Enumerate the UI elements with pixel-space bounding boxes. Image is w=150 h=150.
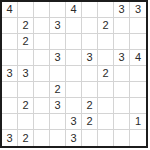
clue-cell: 3 xyxy=(130,2,146,18)
clue-cell: 2 xyxy=(18,98,34,114)
empty-cell[interactable] xyxy=(66,18,82,34)
clue-cell: 2 xyxy=(98,66,114,82)
clue-cell: 2 xyxy=(18,34,34,50)
empty-cell[interactable] xyxy=(2,98,18,114)
empty-cell[interactable] xyxy=(82,34,98,50)
empty-cell[interactable] xyxy=(34,34,50,50)
clue-cell: 4 xyxy=(2,2,18,18)
empty-cell[interactable] xyxy=(50,2,66,18)
empty-cell[interactable] xyxy=(34,98,50,114)
empty-cell[interactable] xyxy=(66,34,82,50)
empty-cell[interactable] xyxy=(66,82,82,98)
clue-cell: 3 xyxy=(50,18,66,34)
clue-cell: 3 xyxy=(50,98,66,114)
empty-cell[interactable] xyxy=(34,114,50,130)
empty-cell[interactable] xyxy=(34,82,50,98)
minesweeper-puzzle-board: 4433232233343322232321323 xyxy=(0,0,148,148)
empty-cell[interactable] xyxy=(18,50,34,66)
clue-cell: 4 xyxy=(130,50,146,66)
empty-cell[interactable] xyxy=(114,114,130,130)
empty-cell[interactable] xyxy=(66,66,82,82)
empty-cell[interactable] xyxy=(82,66,98,82)
empty-cell[interactable] xyxy=(98,114,114,130)
empty-cell[interactable] xyxy=(98,50,114,66)
clue-cell: 1 xyxy=(130,114,146,130)
empty-cell[interactable] xyxy=(114,66,130,82)
clue-cell: 2 xyxy=(50,82,66,98)
empty-cell[interactable] xyxy=(98,98,114,114)
clue-cell: 4 xyxy=(66,2,82,18)
empty-cell[interactable] xyxy=(82,2,98,18)
empty-cell[interactable] xyxy=(130,18,146,34)
empty-cell[interactable] xyxy=(18,2,34,18)
clue-cell: 3 xyxy=(66,114,82,130)
clue-cell: 3 xyxy=(50,50,66,66)
empty-cell[interactable] xyxy=(34,2,50,18)
empty-cell[interactable] xyxy=(130,98,146,114)
clue-cell: 3 xyxy=(66,130,82,146)
clue-cell: 2 xyxy=(98,18,114,34)
empty-cell[interactable] xyxy=(130,82,146,98)
empty-cell[interactable] xyxy=(82,82,98,98)
empty-cell[interactable] xyxy=(114,34,130,50)
empty-cell[interactable] xyxy=(18,82,34,98)
empty-cell[interactable] xyxy=(82,130,98,146)
empty-cell[interactable] xyxy=(66,98,82,114)
empty-cell[interactable] xyxy=(2,50,18,66)
empty-cell[interactable] xyxy=(98,130,114,146)
empty-cell[interactable] xyxy=(98,2,114,18)
empty-cell[interactable] xyxy=(130,130,146,146)
empty-cell[interactable] xyxy=(114,98,130,114)
empty-cell[interactable] xyxy=(130,66,146,82)
empty-cell[interactable] xyxy=(2,34,18,50)
empty-cell[interactable] xyxy=(2,18,18,34)
empty-cell[interactable] xyxy=(34,66,50,82)
clue-cell: 3 xyxy=(18,66,34,82)
empty-cell[interactable] xyxy=(114,82,130,98)
empty-cell[interactable] xyxy=(50,130,66,146)
empty-cell[interactable] xyxy=(98,34,114,50)
empty-cell[interactable] xyxy=(50,34,66,50)
empty-cell[interactable] xyxy=(18,114,34,130)
empty-cell[interactable] xyxy=(130,34,146,50)
empty-cell[interactable] xyxy=(114,130,130,146)
clue-cell: 2 xyxy=(82,98,98,114)
empty-cell[interactable] xyxy=(82,18,98,34)
clue-cell: 3 xyxy=(2,66,18,82)
clue-cell: 3 xyxy=(2,130,18,146)
empty-cell[interactable] xyxy=(2,114,18,130)
clue-cell: 2 xyxy=(18,130,34,146)
clue-cell: 3 xyxy=(82,50,98,66)
empty-cell[interactable] xyxy=(114,18,130,34)
empty-cell[interactable] xyxy=(50,66,66,82)
empty-cell[interactable] xyxy=(98,82,114,98)
empty-cell[interactable] xyxy=(66,50,82,66)
puzzle-page: 4433232233343322232321323 xyxy=(0,0,150,150)
clue-cell: 3 xyxy=(114,50,130,66)
clue-cell: 2 xyxy=(18,18,34,34)
empty-cell[interactable] xyxy=(34,50,50,66)
clue-cell: 3 xyxy=(114,2,130,18)
empty-cell[interactable] xyxy=(34,130,50,146)
empty-cell[interactable] xyxy=(50,114,66,130)
clue-cell: 2 xyxy=(82,114,98,130)
empty-cell[interactable] xyxy=(34,18,50,34)
empty-cell[interactable] xyxy=(2,82,18,98)
